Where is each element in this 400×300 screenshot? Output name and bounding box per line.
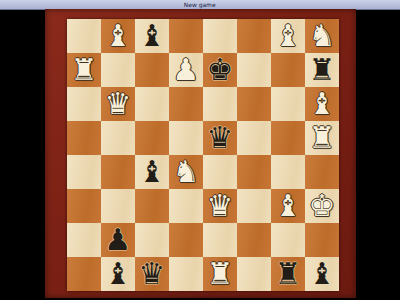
white-rook: ♜	[309, 121, 336, 155]
square-f7[interactable]	[237, 53, 271, 87]
square-a5[interactable]	[67, 121, 101, 155]
square-c1[interactable]: ♛	[135, 257, 169, 291]
square-e5[interactable]: ♛	[203, 121, 237, 155]
board-frame: ♝♝♝♞♜♟♚♜♛♝♛♜♝♞♛♝♚♟♝♛♜♜♝	[45, 9, 356, 298]
square-f1[interactable]	[237, 257, 271, 291]
square-b1[interactable]: ♝	[101, 257, 135, 291]
black-bishop: ♝	[139, 155, 166, 189]
square-a1[interactable]	[67, 257, 101, 291]
black-king: ♚	[207, 53, 234, 87]
white-pawn: ♟	[173, 53, 200, 87]
black-queen: ♛	[207, 121, 234, 155]
white-bishop: ♝	[309, 87, 336, 121]
window-title: New game	[184, 1, 216, 8]
square-e8[interactable]	[203, 19, 237, 53]
white-queen: ♛	[207, 189, 234, 223]
square-g2[interactable]	[271, 223, 305, 257]
white-rook: ♜	[207, 257, 234, 291]
square-e7[interactable]: ♚	[203, 53, 237, 87]
square-c7[interactable]	[135, 53, 169, 87]
square-b3[interactable]	[101, 189, 135, 223]
square-g1[interactable]: ♜	[271, 257, 305, 291]
square-c8[interactable]: ♝	[135, 19, 169, 53]
square-c4[interactable]: ♝	[135, 155, 169, 189]
square-d3[interactable]	[169, 189, 203, 223]
white-bishop: ♝	[105, 19, 132, 53]
square-b5[interactable]	[101, 121, 135, 155]
square-d2[interactable]	[169, 223, 203, 257]
square-c6[interactable]	[135, 87, 169, 121]
square-h3[interactable]: ♚	[305, 189, 339, 223]
square-b2[interactable]: ♟	[101, 223, 135, 257]
square-h5[interactable]: ♜	[305, 121, 339, 155]
square-a8[interactable]	[67, 19, 101, 53]
square-f8[interactable]	[237, 19, 271, 53]
square-f2[interactable]	[237, 223, 271, 257]
square-h8[interactable]: ♞	[305, 19, 339, 53]
chess-board: ♝♝♝♞♜♟♚♜♛♝♛♜♝♞♛♝♚♟♝♛♜♜♝	[67, 19, 339, 291]
black-rook: ♜	[275, 257, 302, 291]
square-b4[interactable]	[101, 155, 135, 189]
square-h4[interactable]	[305, 155, 339, 189]
white-king: ♚	[309, 189, 336, 223]
white-knight: ♞	[309, 19, 336, 53]
square-b8[interactable]: ♝	[101, 19, 135, 53]
square-d5[interactable]	[169, 121, 203, 155]
square-a4[interactable]	[67, 155, 101, 189]
square-g3[interactable]: ♝	[271, 189, 305, 223]
black-bishop: ♝	[139, 19, 166, 53]
square-g8[interactable]: ♝	[271, 19, 305, 53]
square-g7[interactable]	[271, 53, 305, 87]
square-e2[interactable]	[203, 223, 237, 257]
square-a7[interactable]: ♜	[67, 53, 101, 87]
white-bishop: ♝	[275, 189, 302, 223]
square-f6[interactable]	[237, 87, 271, 121]
square-e1[interactable]: ♜	[203, 257, 237, 291]
square-d8[interactable]	[169, 19, 203, 53]
white-bishop: ♝	[275, 19, 302, 53]
square-d7[interactable]: ♟	[169, 53, 203, 87]
square-a2[interactable]	[67, 223, 101, 257]
black-pawn: ♟	[105, 223, 132, 257]
square-c5[interactable]	[135, 121, 169, 155]
square-f5[interactable]	[237, 121, 271, 155]
square-a3[interactable]	[67, 189, 101, 223]
square-d1[interactable]	[169, 257, 203, 291]
square-f3[interactable]	[237, 189, 271, 223]
square-f4[interactable]	[237, 155, 271, 189]
square-c2[interactable]	[135, 223, 169, 257]
square-g4[interactable]	[271, 155, 305, 189]
square-d6[interactable]	[169, 87, 203, 121]
square-h2[interactable]	[305, 223, 339, 257]
white-knight: ♞	[173, 155, 200, 189]
black-bishop: ♝	[309, 257, 336, 291]
square-h6[interactable]: ♝	[305, 87, 339, 121]
square-h7[interactable]: ♜	[305, 53, 339, 87]
square-e3[interactable]: ♛	[203, 189, 237, 223]
square-h1[interactable]: ♝	[305, 257, 339, 291]
white-rook: ♜	[71, 53, 98, 87]
square-c3[interactable]	[135, 189, 169, 223]
square-g6[interactable]	[271, 87, 305, 121]
square-b7[interactable]	[101, 53, 135, 87]
black-queen: ♛	[139, 257, 166, 291]
square-g5[interactable]	[271, 121, 305, 155]
square-e6[interactable]	[203, 87, 237, 121]
white-queen: ♛	[105, 87, 132, 121]
square-d4[interactable]: ♞	[169, 155, 203, 189]
black-rook: ♜	[309, 53, 336, 87]
square-e4[interactable]	[203, 155, 237, 189]
square-a6[interactable]	[67, 87, 101, 121]
black-bishop: ♝	[105, 257, 132, 291]
square-b6[interactable]: ♛	[101, 87, 135, 121]
